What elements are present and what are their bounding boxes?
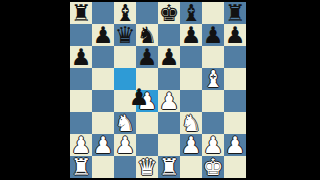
letterbox-left bbox=[0, 0, 70, 180]
square-b1[interactable] bbox=[92, 156, 114, 178]
piece-black-pawn[interactable]: ♟ bbox=[93, 24, 114, 46]
square-f7[interactable]: ♟ bbox=[180, 24, 202, 46]
video-frame: ♜♝♚♝♜♟♛♞♟♟♟♟♟♟♝♟♟♟♞♞♟♟♟♟♟♟♜♛♜♚ bbox=[0, 0, 320, 180]
square-c7[interactable]: ♛ bbox=[114, 24, 136, 46]
piece-white-queen[interactable]: ♛ bbox=[137, 156, 158, 178]
square-d3[interactable] bbox=[136, 112, 158, 134]
square-f1[interactable] bbox=[180, 156, 202, 178]
piece-black-knight[interactable]: ♞ bbox=[137, 24, 158, 46]
square-c2[interactable]: ♟ bbox=[114, 134, 136, 156]
piece-black-pawn[interactable]: ♟ bbox=[225, 24, 246, 46]
piece-white-bishop[interactable]: ♝ bbox=[203, 68, 224, 90]
letterbox-right bbox=[246, 0, 320, 180]
square-e1[interactable]: ♜ bbox=[158, 156, 180, 178]
square-h7[interactable]: ♟ bbox=[224, 24, 246, 46]
piece-black-rook[interactable]: ♜ bbox=[225, 2, 246, 24]
square-d7[interactable]: ♞ bbox=[136, 24, 158, 46]
piece-black-pawn[interactable]: ♟ bbox=[159, 46, 180, 68]
piece-black-bishop[interactable]: ♝ bbox=[115, 2, 136, 24]
piece-black-pawn[interactable]: ♟ bbox=[203, 24, 224, 46]
square-a4[interactable] bbox=[70, 90, 92, 112]
square-f2[interactable]: ♟ bbox=[180, 134, 202, 156]
square-a7[interactable] bbox=[70, 24, 92, 46]
square-b2[interactable]: ♟ bbox=[92, 134, 114, 156]
square-b7[interactable]: ♟ bbox=[92, 24, 114, 46]
piece-white-pawn[interactable]: ♟ bbox=[71, 134, 92, 156]
square-g6[interactable] bbox=[202, 46, 224, 68]
piece-white-pawn[interactable]: ♟ bbox=[181, 134, 202, 156]
square-g5[interactable]: ♝ bbox=[202, 68, 224, 90]
square-g2[interactable]: ♟ bbox=[202, 134, 224, 156]
square-b8[interactable] bbox=[92, 2, 114, 24]
square-a8[interactable]: ♜ bbox=[70, 2, 92, 24]
square-g3[interactable] bbox=[202, 112, 224, 134]
square-a3[interactable] bbox=[70, 112, 92, 134]
square-g4[interactable] bbox=[202, 90, 224, 112]
square-d4[interactable]: ♟♟ bbox=[136, 90, 158, 112]
square-a1[interactable]: ♜ bbox=[70, 156, 92, 178]
square-h5[interactable] bbox=[224, 68, 246, 90]
square-e2[interactable] bbox=[158, 134, 180, 156]
square-b4[interactable] bbox=[92, 90, 114, 112]
square-c6[interactable] bbox=[114, 46, 136, 68]
piece-black-bishop[interactable]: ♝ bbox=[181, 2, 202, 24]
piece-white-knight[interactable]: ♞ bbox=[115, 112, 136, 134]
square-a6[interactable]: ♟ bbox=[70, 46, 92, 68]
piece-black-pawn[interactable]: ♟ bbox=[128, 86, 150, 108]
square-b6[interactable] bbox=[92, 46, 114, 68]
square-h4[interactable] bbox=[224, 90, 246, 112]
square-g1[interactable]: ♚ bbox=[202, 156, 224, 178]
piece-white-king[interactable]: ♚ bbox=[203, 156, 224, 178]
square-h2[interactable]: ♟ bbox=[224, 134, 246, 156]
piece-white-rook[interactable]: ♜ bbox=[71, 156, 92, 178]
piece-black-rook[interactable]: ♜ bbox=[71, 2, 92, 24]
square-f4[interactable] bbox=[180, 90, 202, 112]
square-f6[interactable] bbox=[180, 46, 202, 68]
piece-white-pawn[interactable]: ♟ bbox=[93, 134, 114, 156]
square-e7[interactable] bbox=[158, 24, 180, 46]
square-e5[interactable] bbox=[158, 68, 180, 90]
chess-board: ♜♝♚♝♜♟♛♞♟♟♟♟♟♟♝♟♟♟♞♞♟♟♟♟♟♟♜♛♜♚ bbox=[70, 2, 246, 178]
square-d8[interactable] bbox=[136, 2, 158, 24]
piece-white-knight[interactable]: ♞ bbox=[181, 112, 202, 134]
square-g7[interactable]: ♟ bbox=[202, 24, 224, 46]
square-h8[interactable]: ♜ bbox=[224, 2, 246, 24]
square-a2[interactable]: ♟ bbox=[70, 134, 92, 156]
piece-black-king[interactable]: ♚ bbox=[159, 2, 180, 24]
square-b3[interactable] bbox=[92, 112, 114, 134]
piece-white-pawn[interactable]: ♟ bbox=[225, 134, 246, 156]
square-g8[interactable] bbox=[202, 2, 224, 24]
square-f3[interactable]: ♞ bbox=[180, 112, 202, 134]
square-f5[interactable] bbox=[180, 68, 202, 90]
piece-black-pawn[interactable]: ♟ bbox=[137, 46, 158, 68]
square-d2[interactable] bbox=[136, 134, 158, 156]
square-a5[interactable] bbox=[70, 68, 92, 90]
piece-white-rook[interactable]: ♜ bbox=[159, 156, 180, 178]
square-e4[interactable]: ♟ bbox=[158, 90, 180, 112]
square-c3[interactable]: ♞ bbox=[114, 112, 136, 134]
square-h6[interactable] bbox=[224, 46, 246, 68]
piece-black-queen[interactable]: ♛ bbox=[115, 24, 136, 46]
square-h3[interactable] bbox=[224, 112, 246, 134]
square-c1[interactable] bbox=[114, 156, 136, 178]
square-d1[interactable]: ♛ bbox=[136, 156, 158, 178]
piece-white-pawn[interactable]: ♟ bbox=[203, 134, 224, 156]
square-d6[interactable]: ♟ bbox=[136, 46, 158, 68]
square-e3[interactable] bbox=[158, 112, 180, 134]
piece-white-pawn[interactable]: ♟ bbox=[159, 90, 180, 112]
piece-black-pawn[interactable]: ♟ bbox=[71, 46, 92, 68]
square-c8[interactable]: ♝ bbox=[114, 2, 136, 24]
piece-black-pawn[interactable]: ♟ bbox=[181, 24, 202, 46]
piece-white-pawn[interactable]: ♟ bbox=[115, 134, 136, 156]
square-e6[interactable]: ♟ bbox=[158, 46, 180, 68]
square-h1[interactable] bbox=[224, 156, 246, 178]
square-f8[interactable]: ♝ bbox=[180, 2, 202, 24]
square-b5[interactable] bbox=[92, 68, 114, 90]
square-e8[interactable]: ♚ bbox=[158, 2, 180, 24]
